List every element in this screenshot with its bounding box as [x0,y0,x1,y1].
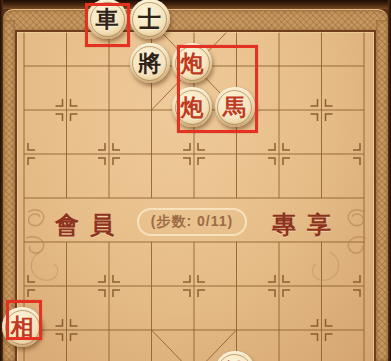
highlight-red-cannons-horse [177,45,258,133]
frame-band-right [376,20,388,361]
xiangqi-puzzle-screen: 會員 (步数: 0/11) 專享 車士將炮炮馬相帥 [0,0,391,361]
highlight-red-elephant [6,300,42,340]
piece-glyph: 將 [138,52,161,75]
frame-edge-left [0,0,3,361]
frame-top-dark-bar [0,0,391,9]
frame-band-top [3,9,388,31]
piece-black-士[interactable]: 士 [130,0,170,39]
piece-glyph: 士 [138,8,161,31]
piece-black-將[interactable]: 將 [130,43,170,83]
highlight-black-chariot [85,3,130,47]
